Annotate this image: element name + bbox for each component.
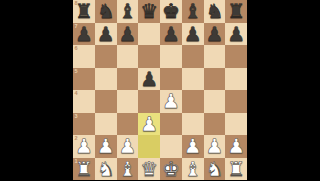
- square-g4[interactable]: [204, 90, 226, 113]
- white-rook[interactable]: ♜: [225, 158, 247, 181]
- white-pawn[interactable]: ♟: [117, 135, 139, 158]
- square-a6[interactable]: 6: [73, 45, 95, 68]
- white-king[interactable]: ♚: [160, 158, 182, 181]
- square-a7[interactable]: 7♟: [73, 23, 95, 46]
- black-pawn[interactable]: ♟: [225, 23, 247, 46]
- square-e8[interactable]: ♚: [160, 0, 182, 23]
- white-pawn[interactable]: ♟: [138, 113, 160, 136]
- square-b1[interactable]: ♞: [95, 158, 117, 181]
- video-frame: 8♜♞♝♛♚♝♞♜7♟♟♟♟♟♟♟65♟4♟3♟2♟♟♟♟♟♟1♜♞♝♛♚♝♞♜: [0, 0, 320, 180]
- square-f7[interactable]: ♟: [182, 23, 204, 46]
- square-d6[interactable]: [138, 45, 160, 68]
- square-b7[interactable]: ♟: [95, 23, 117, 46]
- square-b2[interactable]: ♟: [95, 135, 117, 158]
- square-d3[interactable]: ♟: [138, 113, 160, 136]
- square-a4[interactable]: 4: [73, 90, 95, 113]
- black-pawn[interactable]: ♟: [204, 23, 226, 46]
- square-h3[interactable]: [225, 113, 247, 136]
- black-pawn[interactable]: ♟: [95, 23, 117, 46]
- square-h7[interactable]: ♟: [225, 23, 247, 46]
- white-queen[interactable]: ♛: [138, 158, 160, 181]
- letterbox-right: [247, 0, 320, 180]
- square-c5[interactable]: [117, 68, 139, 91]
- square-g8[interactable]: ♞: [204, 0, 226, 23]
- black-pawn[interactable]: ♟: [182, 23, 204, 46]
- square-h8[interactable]: ♜: [225, 0, 247, 23]
- square-a5[interactable]: 5: [73, 68, 95, 91]
- white-knight[interactable]: ♞: [204, 158, 226, 181]
- rank-label-5: 5: [75, 68, 78, 75]
- square-e2[interactable]: [160, 135, 182, 158]
- rank-label-6: 6: [75, 45, 78, 52]
- square-d7[interactable]: [138, 23, 160, 46]
- black-knight[interactable]: ♞: [95, 0, 117, 23]
- white-knight[interactable]: ♞: [95, 158, 117, 181]
- square-d5[interactable]: ♟: [138, 68, 160, 91]
- white-pawn[interactable]: ♟: [204, 135, 226, 158]
- black-king[interactable]: ♚: [160, 0, 182, 23]
- square-g2[interactable]: ♟: [204, 135, 226, 158]
- square-c2[interactable]: ♟: [117, 135, 139, 158]
- black-knight[interactable]: ♞: [204, 0, 226, 23]
- square-h4[interactable]: [225, 90, 247, 113]
- square-g7[interactable]: ♟: [204, 23, 226, 46]
- black-rook[interactable]: ♜: [225, 0, 247, 23]
- white-bishop[interactable]: ♝: [117, 158, 139, 181]
- square-c4[interactable]: [117, 90, 139, 113]
- square-a1[interactable]: 1♜: [73, 158, 95, 181]
- square-b4[interactable]: [95, 90, 117, 113]
- black-pawn[interactable]: ♟: [160, 23, 182, 46]
- square-f3[interactable]: [182, 113, 204, 136]
- black-bishop[interactable]: ♝: [117, 0, 139, 23]
- square-b3[interactable]: [95, 113, 117, 136]
- black-bishop[interactable]: ♝: [182, 0, 204, 23]
- square-a3[interactable]: 3: [73, 113, 95, 136]
- black-pawn[interactable]: ♟: [117, 23, 139, 46]
- square-f8[interactable]: ♝: [182, 0, 204, 23]
- black-pawn[interactable]: ♟: [73, 23, 95, 46]
- white-pawn[interactable]: ♟: [182, 135, 204, 158]
- square-h1[interactable]: ♜: [225, 158, 247, 181]
- square-d4[interactable]: [138, 90, 160, 113]
- square-c7[interactable]: ♟: [117, 23, 139, 46]
- square-a8[interactable]: 8♜: [73, 0, 95, 23]
- rank-label-3: 3: [75, 113, 78, 120]
- square-h6[interactable]: [225, 45, 247, 68]
- square-f2[interactable]: ♟: [182, 135, 204, 158]
- square-b8[interactable]: ♞: [95, 0, 117, 23]
- square-c1[interactable]: ♝: [117, 158, 139, 181]
- square-b6[interactable]: [95, 45, 117, 68]
- black-queen[interactable]: ♛: [138, 0, 160, 23]
- square-d1[interactable]: ♛: [138, 158, 160, 181]
- square-e7[interactable]: ♟: [160, 23, 182, 46]
- square-b5[interactable]: [95, 68, 117, 91]
- square-a2[interactable]: 2♟: [73, 135, 95, 158]
- white-pawn[interactable]: ♟: [160, 90, 182, 113]
- square-e6[interactable]: [160, 45, 182, 68]
- white-pawn[interactable]: ♟: [95, 135, 117, 158]
- square-f6[interactable]: [182, 45, 204, 68]
- square-e3[interactable]: [160, 113, 182, 136]
- square-d2[interactable]: [138, 135, 160, 158]
- white-rook[interactable]: ♜: [73, 158, 95, 181]
- square-f1[interactable]: ♝: [182, 158, 204, 181]
- black-rook[interactable]: ♜: [73, 0, 95, 23]
- square-f5[interactable]: [182, 68, 204, 91]
- square-e5[interactable]: [160, 68, 182, 91]
- white-pawn[interactable]: ♟: [225, 135, 247, 158]
- square-d8[interactable]: ♛: [138, 0, 160, 23]
- white-pawn[interactable]: ♟: [73, 135, 95, 158]
- black-pawn[interactable]: ♟: [138, 68, 160, 91]
- white-bishop[interactable]: ♝: [182, 158, 204, 181]
- square-c3[interactable]: [117, 113, 139, 136]
- square-g6[interactable]: [204, 45, 226, 68]
- square-c6[interactable]: [117, 45, 139, 68]
- square-h5[interactable]: [225, 68, 247, 91]
- square-h2[interactable]: ♟: [225, 135, 247, 158]
- square-e4[interactable]: ♟: [160, 90, 182, 113]
- square-f4[interactable]: [182, 90, 204, 113]
- chess-board: 8♜♞♝♛♚♝♞♜7♟♟♟♟♟♟♟65♟4♟3♟2♟♟♟♟♟♟1♜♞♝♛♚♝♞♜: [73, 0, 247, 180]
- square-e1[interactable]: ♚: [160, 158, 182, 181]
- rank-label-4: 4: [75, 90, 78, 97]
- square-c8[interactable]: ♝: [117, 0, 139, 23]
- square-g5[interactable]: [204, 68, 226, 91]
- square-g1[interactable]: ♞: [204, 158, 226, 181]
- square-g3[interactable]: [204, 113, 226, 136]
- letterbox-left: [0, 0, 73, 180]
